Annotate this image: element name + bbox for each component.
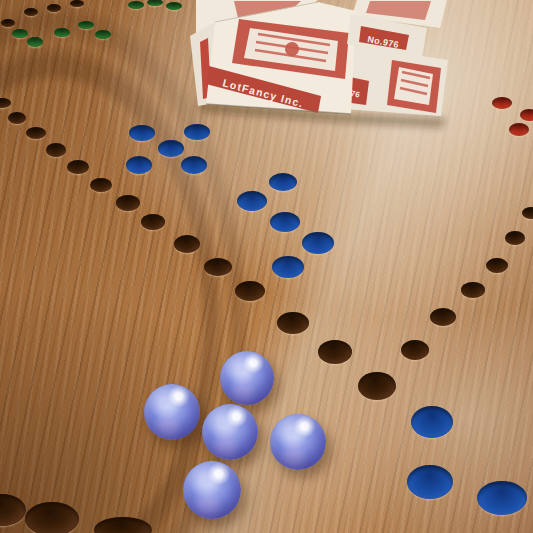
blue-marble[interactable] (220, 351, 274, 405)
blue-marble[interactable] (202, 404, 258, 460)
blue-marble[interactable] (144, 384, 200, 440)
game-board: No.976 LotFancy Inc. No.976 (0, 0, 533, 533)
blue-marble[interactable] (183, 461, 241, 519)
card-decks: No.976 LotFancy Inc. No.976 (0, 0, 533, 533)
blue-marble[interactable] (270, 414, 326, 470)
